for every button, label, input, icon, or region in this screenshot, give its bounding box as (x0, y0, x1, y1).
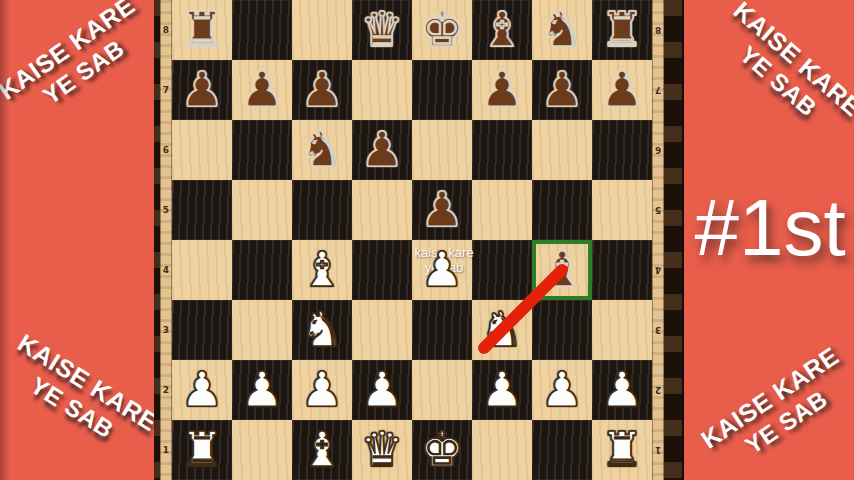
piece-black-knight-g8[interactable]: ♞ (532, 0, 592, 60)
square-f5[interactable] (472, 180, 532, 240)
headline-1st: #1st (686, 188, 854, 268)
square-c7[interactable]: ♟ (292, 60, 352, 120)
square-a2[interactable]: ♟ (172, 360, 232, 420)
square-d1[interactable]: ♛ (352, 420, 412, 480)
piece-white-pawn-h2[interactable]: ♟ (592, 360, 652, 420)
piece-black-pawn-a7[interactable]: ♟ (172, 60, 232, 120)
square-e5[interactable]: ♟ (412, 180, 472, 240)
square-h6[interactable] (592, 120, 652, 180)
square-f6[interactable] (472, 120, 532, 180)
piece-black-king-e8[interactable]: ♚ (412, 0, 472, 60)
square-b5[interactable] (232, 180, 292, 240)
rank-label-8: 8 (160, 0, 172, 60)
square-a6[interactable] (172, 120, 232, 180)
rank-label-4: 4 (652, 240, 664, 300)
watermark-line2: YE SAB (701, 11, 854, 150)
piece-white-pawn-g2[interactable]: ♟ (532, 360, 592, 420)
square-h3[interactable] (592, 300, 652, 360)
rank-label-3: 3 (160, 300, 172, 360)
square-g6[interactable] (532, 120, 592, 180)
square-b3[interactable] (232, 300, 292, 360)
square-d7[interactable] (352, 60, 412, 120)
square-d3[interactable] (352, 300, 412, 360)
piece-white-bishop-c4[interactable]: ♝ (292, 240, 352, 300)
piece-black-pawn-b7[interactable]: ♟ (232, 60, 292, 120)
piece-black-queen-d8[interactable]: ♛ (352, 0, 412, 60)
square-g2[interactable]: ♟ (532, 360, 592, 420)
square-e3[interactable] (412, 300, 472, 360)
watermark-top-left: KAISE KARE YE SAB (0, 0, 165, 135)
square-h8[interactable]: ♜ (592, 0, 652, 60)
square-c8[interactable] (292, 0, 352, 60)
square-b6[interactable] (232, 120, 292, 180)
watermark-line1: KAISE KARE (720, 0, 854, 129)
piece-white-bishop-c1[interactable]: ♝ (292, 420, 352, 480)
square-g8[interactable]: ♞ (532, 0, 592, 60)
piece-white-queen-d1[interactable]: ♛ (352, 420, 412, 480)
piece-white-pawn-a2[interactable]: ♟ (172, 360, 232, 420)
piece-white-rook-a1[interactable]: ♜ (172, 420, 232, 480)
piece-white-pawn-c2[interactable]: ♟ (292, 360, 352, 420)
board-squares: kaise kare ye sab ♜♛♚♝♞♜♟♟♟♟♟♟♞♟♟♝♟♝♞♞♟♟… (172, 0, 652, 480)
piece-black-pawn-c7[interactable]: ♟ (292, 60, 352, 120)
square-c6[interactable]: ♞ (292, 120, 352, 180)
rank-label-8: 8 (652, 0, 664, 60)
rank-label-1: 1 (652, 420, 664, 480)
rank-label-2: 2 (160, 360, 172, 420)
chess-board: 87654321 kaise kare ye sab ♜♛♚♝♞♜♟♟♟♟♟♟♞… (154, 0, 684, 480)
piece-black-bishop-f8[interactable]: ♝ (472, 0, 532, 60)
square-f3[interactable]: ♞ (472, 300, 532, 360)
piece-black-pawn-h7[interactable]: ♟ (592, 60, 652, 120)
piece-black-rook-a8[interactable]: ♜ (172, 0, 232, 60)
rank-label-4: 4 (160, 240, 172, 300)
square-g7[interactable]: ♟ (532, 60, 592, 120)
square-e8[interactable]: ♚ (412, 0, 472, 60)
watermark-top-right: KAISE KARE YE SAB (701, 0, 854, 151)
piece-white-pawn-d2[interactable]: ♟ (352, 360, 412, 420)
rank-label-2: 2 (652, 360, 664, 420)
watermark-bottom-left: KAISE KARE YE SAB (0, 323, 172, 467)
rank-label-6: 6 (160, 120, 172, 180)
square-c4[interactable]: ♝ (292, 240, 352, 300)
square-f1[interactable] (472, 420, 532, 480)
square-c2[interactable]: ♟ (292, 360, 352, 420)
square-b1[interactable] (232, 420, 292, 480)
square-e7[interactable] (412, 60, 472, 120)
square-c5[interactable] (292, 180, 352, 240)
square-g4[interactable]: ♝ (532, 240, 592, 300)
piece-black-bishop-g4[interactable]: ♝ (532, 240, 592, 300)
square-h1[interactable]: ♜ (592, 420, 652, 480)
piece-black-pawn-f7[interactable]: ♟ (472, 60, 532, 120)
piece-black-pawn-g7[interactable]: ♟ (532, 60, 592, 120)
square-f8[interactable]: ♝ (472, 0, 532, 60)
square-h4[interactable] (592, 240, 652, 300)
board-edge-right (664, 0, 684, 480)
square-b2[interactable]: ♟ (232, 360, 292, 420)
rank-label-7: 7 (160, 60, 172, 120)
rank-label-3: 3 (652, 300, 664, 360)
square-d2[interactable]: ♟ (352, 360, 412, 420)
square-b4[interactable] (232, 240, 292, 300)
rank-label-5: 5 (652, 180, 664, 240)
square-h5[interactable] (592, 180, 652, 240)
square-a4[interactable] (172, 240, 232, 300)
square-a5[interactable] (172, 180, 232, 240)
square-g1[interactable] (532, 420, 592, 480)
square-c1[interactable]: ♝ (292, 420, 352, 480)
watermark-line1: KAISE KARE (0, 0, 149, 112)
square-h2[interactable]: ♟ (592, 360, 652, 420)
square-h7[interactable]: ♟ (592, 60, 652, 120)
piece-white-pawn-f2[interactable]: ♟ (472, 360, 532, 420)
square-e2[interactable] (412, 360, 472, 420)
square-g3[interactable] (532, 300, 592, 360)
square-f2[interactable]: ♟ (472, 360, 532, 420)
square-d6[interactable]: ♟ (352, 120, 412, 180)
rank-label-6: 6 (652, 120, 664, 180)
square-e6[interactable] (412, 120, 472, 180)
watermark-bottom-right: KAISE KARE YE SAB (687, 336, 854, 480)
watermark-line1: KAISE KARE (687, 336, 853, 461)
square-a8[interactable]: ♜ (172, 0, 232, 60)
piece-black-pawn-e5[interactable]: ♟ (412, 180, 472, 240)
rank-label-5: 5 (160, 180, 172, 240)
piece-white-knight-f3[interactable]: ♞ (472, 300, 532, 360)
watermark-line1: KAISE KARE (3, 323, 171, 443)
square-a1[interactable]: ♜ (172, 420, 232, 480)
piece-white-king-e1[interactable]: ♚ (412, 420, 472, 480)
square-g5[interactable] (532, 180, 592, 240)
video-frame: KAISE KARE YE SAB KAISE KARE YE SAB KAIS… (0, 0, 854, 480)
piece-white-knight-c3[interactable]: ♞ (292, 300, 352, 360)
square-a7[interactable]: ♟ (172, 60, 232, 120)
rank-coordinates-right: 87654321 (652, 0, 664, 480)
rank-coordinates-left: 87654321 (160, 0, 172, 480)
piece-white-rook-h1[interactable]: ♜ (592, 420, 652, 480)
square-b8[interactable] (232, 0, 292, 60)
square-e4[interactable]: ♟ (412, 240, 472, 300)
square-e1[interactable]: ♚ (412, 420, 472, 480)
piece-black-rook-h8[interactable]: ♜ (592, 0, 652, 60)
square-d5[interactable] (352, 180, 412, 240)
piece-black-pawn-d6[interactable]: ♟ (352, 120, 412, 180)
watermark-line2: YE SAB (2, 9, 166, 135)
rank-label-7: 7 (652, 60, 664, 120)
watermark-line2: YE SAB (0, 348, 156, 467)
piece-black-knight-c6[interactable]: ♞ (292, 120, 352, 180)
watermark-line2: YE SAB (704, 360, 854, 480)
piece-white-pawn-e4[interactable]: ♟ (412, 240, 472, 300)
square-d4[interactable] (352, 240, 412, 300)
square-c3[interactable]: ♞ (292, 300, 352, 360)
square-f7[interactable]: ♟ (472, 60, 532, 120)
square-f4[interactable] (472, 240, 532, 300)
piece-white-pawn-b2[interactable]: ♟ (232, 360, 292, 420)
square-b7[interactable]: ♟ (232, 60, 292, 120)
rank-label-1: 1 (160, 420, 172, 480)
square-d8[interactable]: ♛ (352, 0, 412, 60)
square-a3[interactable] (172, 300, 232, 360)
